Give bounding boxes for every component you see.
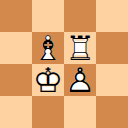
square-r0c3[interactable]: [96, 0, 128, 32]
square-r0c0[interactable]: [0, 0, 32, 32]
square-r1c0[interactable]: [0, 32, 32, 64]
square-r2c3[interactable]: [96, 64, 128, 96]
white-king-icon[interactable]: ♔: [33, 64, 63, 96]
white-pawn-icon[interactable]: ♙: [65, 64, 95, 96]
chess-board: ♝ ♗ ♜ ♖ ♚ ♔ ♟ ♙: [0, 0, 128, 128]
square-r2c0[interactable]: [0, 64, 32, 96]
square-r2c2[interactable]: ♟ ♙: [64, 64, 96, 96]
square-r3c3[interactable]: [96, 96, 128, 128]
square-r3c1[interactable]: [32, 96, 64, 128]
square-r3c0[interactable]: [0, 96, 32, 128]
square-r1c3[interactable]: [96, 32, 128, 64]
square-r2c1[interactable]: ♚ ♔: [32, 64, 64, 96]
square-r3c2[interactable]: [64, 96, 96, 128]
